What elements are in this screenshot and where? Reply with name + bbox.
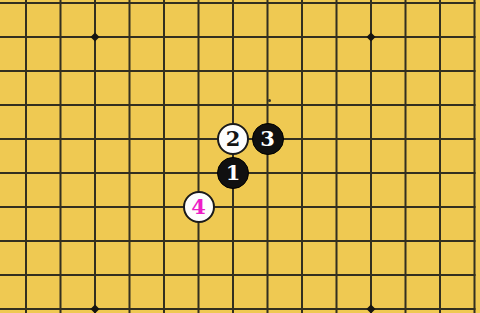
star-point xyxy=(91,33,100,42)
scan-speck xyxy=(268,99,271,102)
star-point xyxy=(367,305,376,313)
board-grid xyxy=(0,0,480,313)
stone-move-3-black[interactable]: 3 xyxy=(252,123,284,155)
move-number: 4 xyxy=(191,196,206,217)
move-number: 1 xyxy=(226,162,241,183)
move-number: 2 xyxy=(226,128,241,149)
move-number: 3 xyxy=(260,128,275,149)
stone-move-4-white[interactable]: 4 xyxy=(183,191,215,223)
stone-move-1-black[interactable]: 1 xyxy=(217,157,249,189)
star-point xyxy=(367,33,376,42)
gomoku-board[interactable]: 1234 xyxy=(0,0,480,313)
star-point xyxy=(91,305,100,313)
stone-move-2-white[interactable]: 2 xyxy=(217,123,249,155)
